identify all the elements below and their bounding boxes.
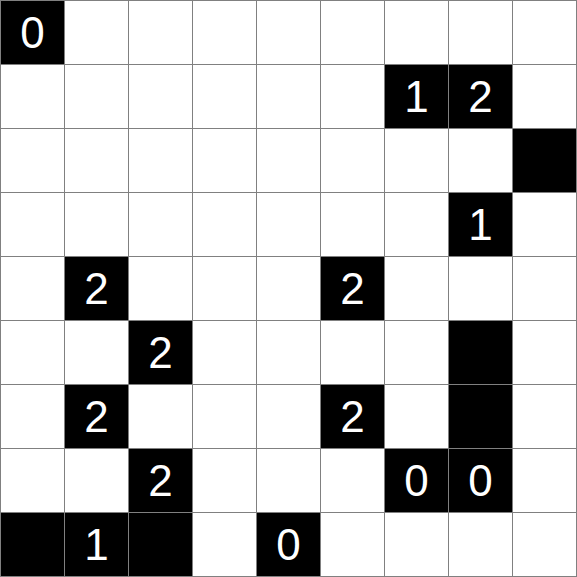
- cell-r6c8[interactable]: [513, 385, 576, 448]
- cell-r0c3[interactable]: [193, 1, 256, 64]
- cell-r7c8[interactable]: [513, 449, 576, 512]
- cell-r5c6[interactable]: [385, 321, 448, 384]
- cell-r8c7[interactable]: [449, 513, 512, 576]
- cell-r1c5[interactable]: [321, 65, 384, 128]
- cell-r3c2[interactable]: [129, 193, 192, 256]
- cell-r1c8[interactable]: [513, 65, 576, 128]
- cell-r2c6[interactable]: [385, 129, 448, 192]
- cell-r5c0[interactable]: [1, 321, 64, 384]
- cell-r8c2[interactable]: [129, 513, 192, 576]
- cell-r5c4[interactable]: [257, 321, 320, 384]
- cell-r0c8[interactable]: [513, 1, 576, 64]
- cell-r7c1[interactable]: [65, 449, 128, 512]
- cell-r1c3[interactable]: [193, 65, 256, 128]
- cell-r4c5[interactable]: 2: [321, 257, 384, 320]
- cell-r6c3[interactable]: [193, 385, 256, 448]
- cell-r6c7[interactable]: [449, 385, 512, 448]
- cell-r4c0[interactable]: [1, 257, 64, 320]
- cell-r6c6[interactable]: [385, 385, 448, 448]
- cell-r0c4[interactable]: [257, 1, 320, 64]
- cell-r0c1[interactable]: [65, 1, 128, 64]
- cell-r6c0[interactable]: [1, 385, 64, 448]
- cell-r5c3[interactable]: [193, 321, 256, 384]
- cell-r5c1[interactable]: [65, 321, 128, 384]
- cell-r6c2[interactable]: [129, 385, 192, 448]
- cell-r3c4[interactable]: [257, 193, 320, 256]
- cell-r2c5[interactable]: [321, 129, 384, 192]
- cell-r7c5[interactable]: [321, 449, 384, 512]
- cell-r2c7[interactable]: [449, 129, 512, 192]
- cell-r2c1[interactable]: [65, 129, 128, 192]
- cell-r8c4[interactable]: 0: [257, 513, 320, 576]
- cell-r7c6[interactable]: 0: [385, 449, 448, 512]
- cell-r3c6[interactable]: [385, 193, 448, 256]
- cell-r1c0[interactable]: [1, 65, 64, 128]
- cell-r7c3[interactable]: [193, 449, 256, 512]
- cell-r7c7[interactable]: 0: [449, 449, 512, 512]
- cell-r8c3[interactable]: [193, 513, 256, 576]
- cell-r0c2[interactable]: [129, 1, 192, 64]
- cell-r6c5[interactable]: 2: [321, 385, 384, 448]
- cell-r7c2[interactable]: 2: [129, 449, 192, 512]
- cell-r3c5[interactable]: [321, 193, 384, 256]
- cell-r5c7[interactable]: [449, 321, 512, 384]
- cell-r1c7[interactable]: 2: [449, 65, 512, 128]
- cell-r2c4[interactable]: [257, 129, 320, 192]
- cell-r6c4[interactable]: [257, 385, 320, 448]
- cell-r1c4[interactable]: [257, 65, 320, 128]
- cell-r6c1[interactable]: 2: [65, 385, 128, 448]
- cell-r8c6[interactable]: [385, 513, 448, 576]
- cell-r0c5[interactable]: [321, 1, 384, 64]
- cell-r3c1[interactable]: [65, 193, 128, 256]
- cell-r4c8[interactable]: [513, 257, 576, 320]
- cell-r7c4[interactable]: [257, 449, 320, 512]
- cell-r8c0[interactable]: [1, 513, 64, 576]
- cell-r5c5[interactable]: [321, 321, 384, 384]
- cell-r4c3[interactable]: [193, 257, 256, 320]
- cell-r2c8[interactable]: [513, 129, 576, 192]
- cell-r1c6[interactable]: 1: [385, 65, 448, 128]
- cell-r7c0[interactable]: [1, 449, 64, 512]
- cell-r0c7[interactable]: [449, 1, 512, 64]
- cell-r3c3[interactable]: [193, 193, 256, 256]
- cell-r2c0[interactable]: [1, 129, 64, 192]
- cell-r1c2[interactable]: [129, 65, 192, 128]
- cell-r3c7[interactable]: 1: [449, 193, 512, 256]
- cell-r5c8[interactable]: [513, 321, 576, 384]
- cell-r8c8[interactable]: [513, 513, 576, 576]
- cell-r0c6[interactable]: [385, 1, 448, 64]
- cell-r4c6[interactable]: [385, 257, 448, 320]
- cell-r0c0[interactable]: 0: [1, 1, 64, 64]
- cell-r5c2[interactable]: 2: [129, 321, 192, 384]
- cell-r2c2[interactable]: [129, 129, 192, 192]
- cell-r4c7[interactable]: [449, 257, 512, 320]
- cell-r2c3[interactable]: [193, 129, 256, 192]
- cell-r3c8[interactable]: [513, 193, 576, 256]
- cell-r8c5[interactable]: [321, 513, 384, 576]
- cell-r1c1[interactable]: [65, 65, 128, 128]
- cell-r4c2[interactable]: [129, 257, 192, 320]
- puzzle-board: 01212222220010: [0, 0, 577, 577]
- cell-r4c4[interactable]: [257, 257, 320, 320]
- cell-r4c1[interactable]: 2: [65, 257, 128, 320]
- cell-r8c1[interactable]: 1: [65, 513, 128, 576]
- cell-r3c0[interactable]: [1, 193, 64, 256]
